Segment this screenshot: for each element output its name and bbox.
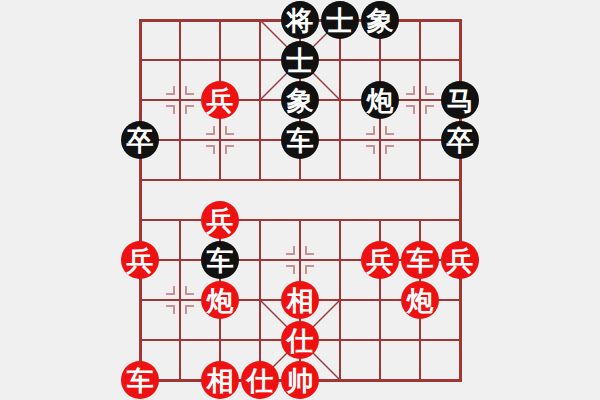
piece-black-horse[interactable]: 马 [440, 80, 480, 120]
point-marker [166, 286, 194, 314]
piece-red-soldier[interactable]: 兵 [360, 240, 400, 280]
piece-red-chariot[interactable]: 车 [120, 360, 160, 400]
red-advisor-glyph: 仕 [281, 321, 319, 359]
black-chariot-glyph: 车 [201, 241, 239, 279]
piece-red-general[interactable]: 帅 [280, 360, 320, 400]
piece-black-advisor[interactable]: 士 [320, 0, 360, 40]
black-general-glyph: 将 [281, 1, 319, 39]
xiangqi-board: 将士象士兵象炮马卒车卒兵兵车兵车兵炮相炮仕车相仕帅 [0, 0, 600, 400]
piece-black-soldier[interactable]: 卒 [440, 120, 480, 160]
piece-black-general[interactable]: 将 [280, 0, 320, 40]
black-chariot-glyph: 车 [281, 121, 319, 159]
piece-red-soldier[interactable]: 兵 [120, 240, 160, 280]
piece-red-advisor[interactable]: 仕 [280, 320, 320, 360]
point-marker [166, 86, 194, 114]
point-marker [206, 126, 234, 154]
red-cannon-glyph: 炮 [201, 281, 239, 319]
black-advisor-glyph: 士 [321, 1, 359, 39]
piece-black-soldier[interactable]: 卒 [120, 120, 160, 160]
red-elephant-glyph: 相 [281, 281, 319, 319]
red-chariot-glyph: 车 [401, 241, 439, 279]
piece-red-soldier[interactable]: 兵 [440, 240, 480, 280]
piece-black-elephant[interactable]: 象 [280, 80, 320, 120]
point-marker [286, 246, 314, 274]
black-cannon-glyph: 炮 [361, 81, 399, 119]
red-elephant-glyph: 相 [201, 361, 239, 399]
red-soldier-glyph: 兵 [441, 241, 479, 279]
red-soldier-glyph: 兵 [361, 241, 399, 279]
piece-red-cannon[interactable]: 炮 [400, 280, 440, 320]
red-cannon-glyph: 炮 [401, 281, 439, 319]
piece-red-advisor[interactable]: 仕 [240, 360, 280, 400]
point-marker [366, 126, 394, 154]
red-chariot-glyph: 车 [121, 361, 159, 399]
black-elephant-glyph: 象 [281, 81, 319, 119]
piece-black-cannon[interactable]: 炮 [360, 80, 400, 120]
piece-red-soldier[interactable]: 兵 [200, 80, 240, 120]
piece-red-elephant[interactable]: 相 [280, 280, 320, 320]
red-soldier-glyph: 兵 [121, 241, 159, 279]
red-soldier-glyph: 兵 [201, 81, 239, 119]
point-marker [406, 86, 434, 114]
red-advisor-glyph: 仕 [241, 361, 279, 399]
black-soldier-glyph: 卒 [441, 121, 479, 159]
piece-black-elephant[interactable]: 象 [360, 0, 400, 40]
red-soldier-glyph: 兵 [201, 201, 239, 239]
piece-black-advisor[interactable]: 士 [280, 40, 320, 80]
black-horse-glyph: 马 [441, 81, 479, 119]
piece-red-chariot[interactable]: 车 [400, 240, 440, 280]
red-general-glyph: 帅 [281, 361, 319, 399]
piece-red-cannon[interactable]: 炮 [200, 280, 240, 320]
piece-red-soldier[interactable]: 兵 [200, 200, 240, 240]
black-soldier-glyph: 卒 [121, 121, 159, 159]
piece-black-chariot[interactable]: 车 [200, 240, 240, 280]
black-advisor-glyph: 士 [281, 41, 319, 79]
piece-red-elephant[interactable]: 相 [200, 360, 240, 400]
black-elephant-glyph: 象 [361, 1, 399, 39]
piece-layer: 将士象士兵象炮马卒车卒兵兵车兵车兵炮相炮仕车相仕帅 [120, 0, 480, 400]
piece-black-chariot[interactable]: 车 [280, 120, 320, 160]
